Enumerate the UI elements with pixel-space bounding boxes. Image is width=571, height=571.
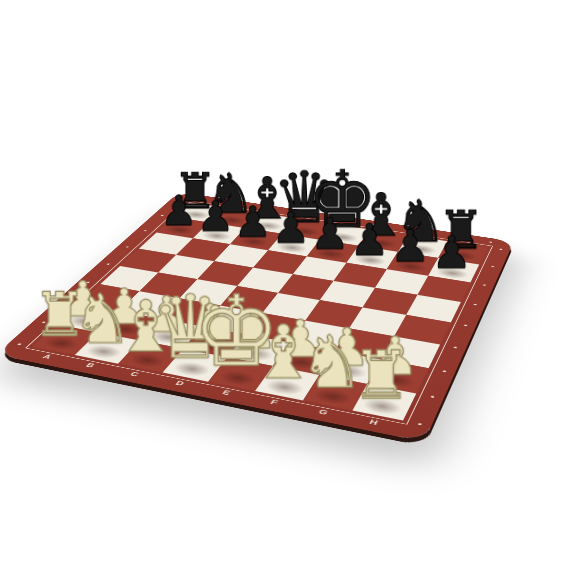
file-label-c: C bbox=[129, 371, 141, 378]
product-photo-scene: ♜♞♝♛♚♝♞♜♟♟♟♟♟♟♟♟♟♟♟♟♟♟♟♟♜♞♝♛♚♝♞♜ ABCDEFG… bbox=[0, 0, 571, 571]
file-label-h: H bbox=[368, 418, 380, 426]
board-grid: ♜♞♝♛♚♝♞♜♟♟♟♟♟♟♟♟♟♟♟♟♟♟♟♟♜♞♝♛♚♝♞♜ bbox=[32, 202, 487, 420]
border-dot-left bbox=[106, 263, 110, 265]
border-dot-right bbox=[473, 303, 477, 305]
white-rook-piece: ♜ bbox=[324, 342, 438, 408]
file-label-e: E bbox=[221, 389, 232, 396]
border-dot-right bbox=[453, 346, 457, 348]
file-label-f: F bbox=[269, 399, 280, 406]
file-label-d: D bbox=[174, 380, 186, 387]
square-h1: ♜ bbox=[352, 384, 416, 420]
border-dot-left bbox=[125, 246, 129, 248]
file-label-g: G bbox=[317, 408, 329, 416]
board-mat: ♜♞♝♛♚♝♞♜♟♟♟♟♟♟♟♟♟♟♟♟♟♟♟♟♜♞♝♛♚♝♞♜ ABCDEFG… bbox=[0, 192, 514, 442]
black-pawn-piece: ♟ bbox=[405, 230, 498, 275]
chess-board: ♜♞♝♛♚♝♞♜♟♟♟♟♟♟♟♟♟♟♟♟♟♟♟♟♜♞♝♛♚♝♞♜ ABCDEFG… bbox=[0, 192, 514, 442]
border-dot-right bbox=[482, 284, 486, 286]
border-dot-right bbox=[417, 422, 421, 425]
border-dot-right bbox=[463, 324, 467, 326]
file-label-b: B bbox=[84, 362, 96, 369]
file-label-a: A bbox=[41, 353, 53, 360]
